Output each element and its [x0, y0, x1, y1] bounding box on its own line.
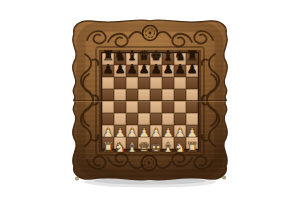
- piece-white-rook-h1[interactable]: ♜: [186, 141, 198, 153]
- square-b2[interactable]: ♟: [114, 125, 126, 137]
- piece-black-rook-h8[interactable]: ♜: [186, 49, 198, 61]
- square-b7[interactable]: ♟: [114, 65, 126, 77]
- square-g4[interactable]: [174, 101, 186, 113]
- square-h1[interactable]: ♜: [186, 137, 198, 149]
- square-h6[interactable]: [186, 77, 198, 89]
- square-g3[interactable]: [174, 113, 186, 125]
- piece-black-pawn-c7[interactable]: ♟: [126, 63, 138, 75]
- square-b3[interactable]: [114, 113, 126, 125]
- square-f4[interactable]: [162, 101, 174, 113]
- piece-black-pawn-e7[interactable]: ♟: [150, 63, 162, 75]
- square-h2[interactable]: ♟: [186, 125, 198, 137]
- square-d4[interactable]: [138, 101, 150, 113]
- piece-black-pawn-b7[interactable]: ♟: [114, 63, 126, 75]
- square-b4[interactable]: [114, 101, 126, 113]
- piece-white-knight-b1[interactable]: ♞: [114, 141, 126, 153]
- piece-black-knight-b8[interactable]: ♞: [114, 49, 126, 61]
- photo-of-chess-set: ♜♞♝♛♚♝♞♜♟♟♟♟♟♟♟♟♟♟♟♟♟♟♟♟♜♞♝♛♚♝♞♜: [0, 0, 300, 200]
- square-f2[interactable]: ♟: [162, 125, 174, 137]
- square-b6[interactable]: [114, 77, 126, 89]
- square-e3[interactable]: [150, 113, 162, 125]
- square-c3[interactable]: [126, 113, 138, 125]
- piece-white-bishop-c1[interactable]: ♝: [126, 141, 138, 153]
- square-c7[interactable]: ♟: [126, 65, 138, 77]
- square-a2[interactable]: ♟: [102, 125, 114, 137]
- square-d3[interactable]: [138, 113, 150, 125]
- square-d1[interactable]: ♛: [138, 137, 150, 149]
- square-g7[interactable]: ♟: [174, 65, 186, 77]
- piece-black-pawn-d7[interactable]: ♟: [138, 63, 150, 75]
- square-f6[interactable]: [162, 77, 174, 89]
- piece-white-rook-a1[interactable]: ♜: [102, 141, 114, 153]
- square-a4[interactable]: [102, 101, 114, 113]
- square-f7[interactable]: ♟: [162, 65, 174, 77]
- piece-white-queen-d1[interactable]: ♛: [138, 141, 150, 153]
- piece-black-knight-g8[interactable]: ♞: [174, 49, 186, 61]
- piece-black-bishop-c8[interactable]: ♝: [126, 49, 138, 61]
- square-c1[interactable]: ♝: [126, 137, 138, 149]
- piece-white-bishop-f1[interactable]: ♝: [162, 141, 174, 153]
- piece-black-pawn-a7[interactable]: ♟: [102, 63, 114, 75]
- piece-black-pawn-h7[interactable]: ♟: [186, 63, 198, 75]
- square-f3[interactable]: [162, 113, 174, 125]
- square-h3[interactable]: [186, 113, 198, 125]
- square-g1[interactable]: ♞: [174, 137, 186, 149]
- right-hinge-pin: [222, 176, 225, 179]
- square-e2[interactable]: ♟: [150, 125, 162, 137]
- square-f1[interactable]: ♝: [162, 137, 174, 149]
- piece-black-pawn-f7[interactable]: ♟: [162, 63, 174, 75]
- square-e4[interactable]: [150, 101, 162, 113]
- piece-white-king-e1[interactable]: ♚: [150, 141, 162, 153]
- piece-white-knight-g1[interactable]: ♞: [174, 141, 186, 153]
- square-b1[interactable]: ♞: [114, 137, 126, 149]
- square-e6[interactable]: [150, 77, 162, 89]
- square-c2[interactable]: ♟: [126, 125, 138, 137]
- piece-black-bishop-f8[interactable]: ♝: [162, 49, 174, 61]
- piece-black-king-e8[interactable]: ♚: [150, 49, 162, 61]
- square-g2[interactable]: ♟: [174, 125, 186, 137]
- piece-black-pawn-g7[interactable]: ♟: [174, 63, 186, 75]
- square-a6[interactable]: [102, 77, 114, 89]
- square-g6[interactable]: [174, 77, 186, 89]
- left-hinge-pin: [75, 177, 78, 180]
- square-h7[interactable]: ♟: [186, 65, 198, 77]
- square-e7[interactable]: ♟: [150, 65, 162, 77]
- square-d6[interactable]: [138, 77, 150, 89]
- square-c4[interactable]: [126, 101, 138, 113]
- square-d2[interactable]: ♟: [138, 125, 150, 137]
- square-e1[interactable]: ♚: [150, 137, 162, 149]
- square-a3[interactable]: [102, 113, 114, 125]
- piece-black-queen-d8[interactable]: ♛: [138, 49, 150, 61]
- fold-seam: [73, 100, 227, 101]
- square-a1[interactable]: ♜: [102, 137, 114, 149]
- square-a7[interactable]: ♟: [102, 65, 114, 77]
- square-c6[interactable]: [126, 77, 138, 89]
- piece-black-rook-a8[interactable]: ♜: [102, 49, 114, 61]
- square-d7[interactable]: ♟: [138, 65, 150, 77]
- square-h4[interactable]: [186, 101, 198, 113]
